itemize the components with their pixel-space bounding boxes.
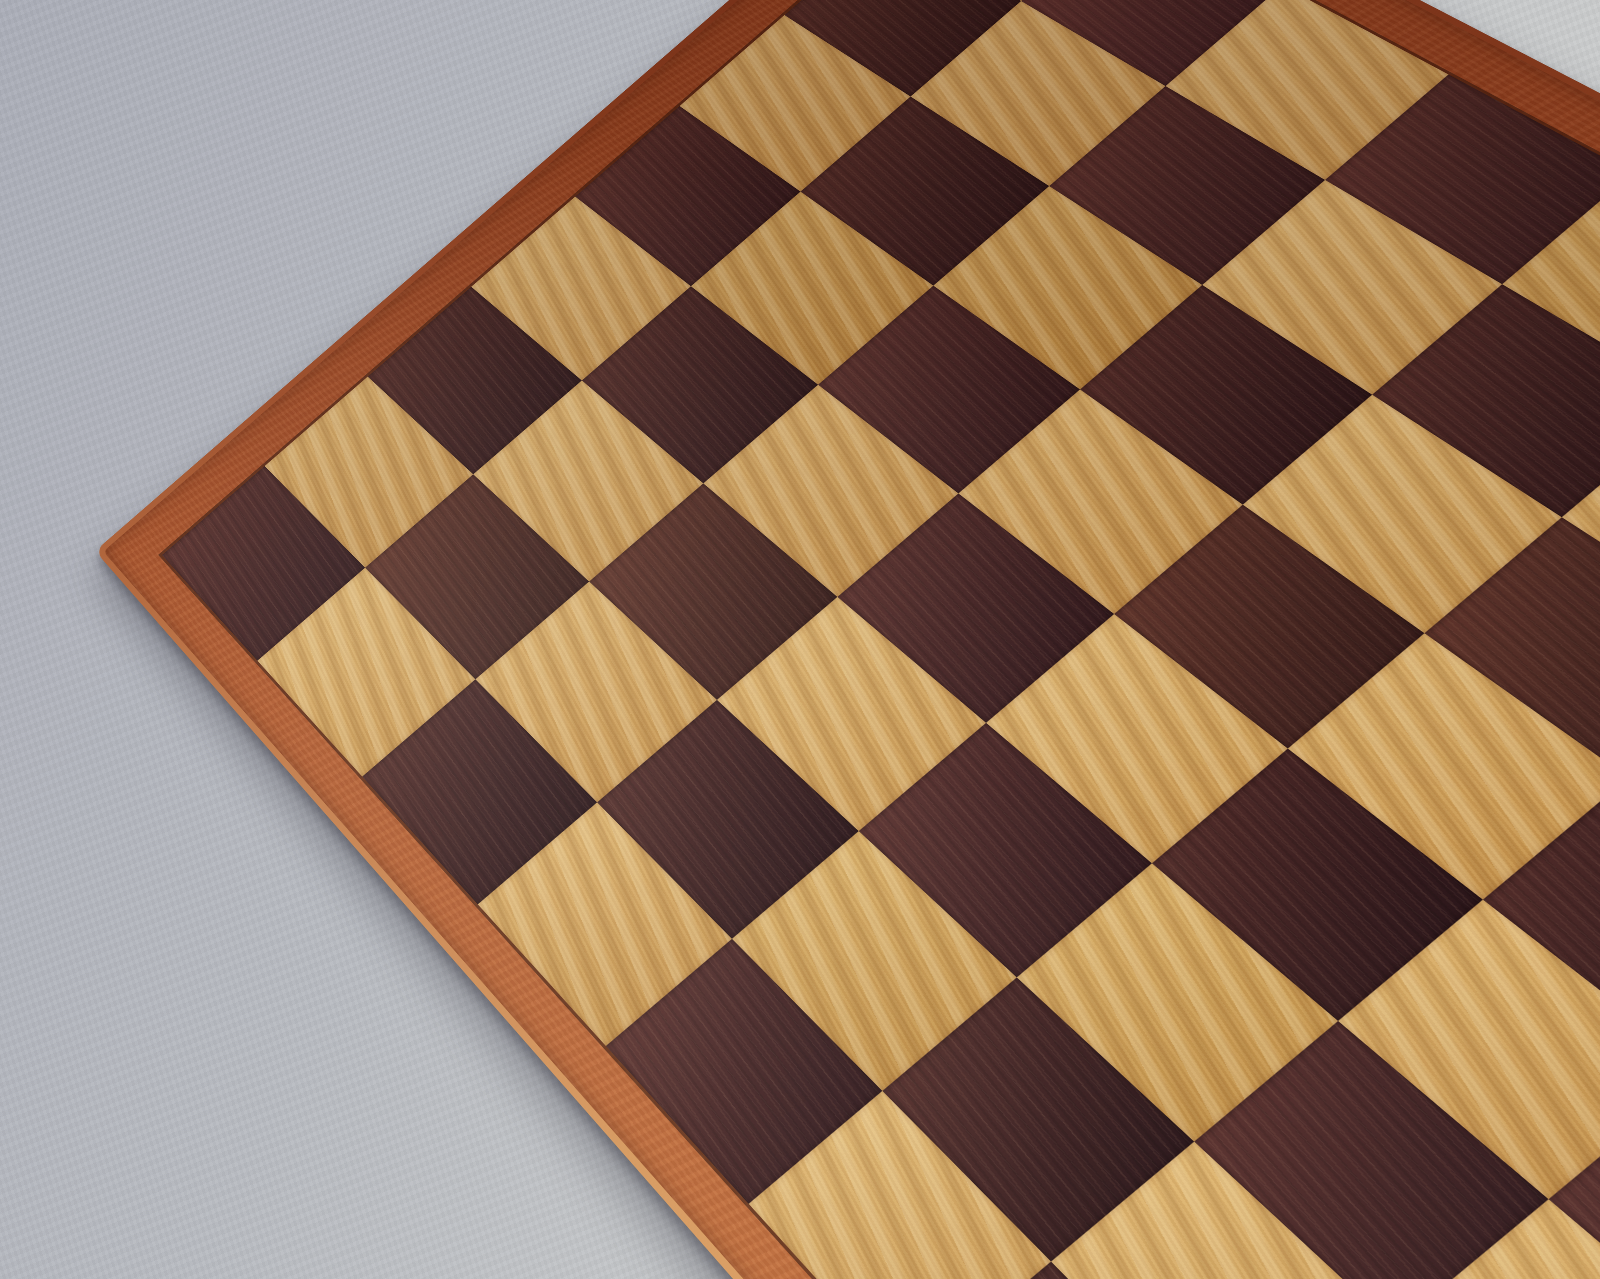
board-frame (103, 0, 1600, 1279)
chessboard (95, 0, 1600, 1279)
board-grid (162, 0, 1600, 1279)
photo-background: { "game": "chess", "scene": { "descripti… (0, 0, 1600, 1279)
frame-outer-rim (95, 0, 1600, 1279)
